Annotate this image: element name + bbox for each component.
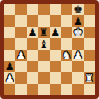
square-c4[interactable] [27,50,38,61]
white-pawn-icon[interactable]: ♟ [73,49,82,60]
square-f4[interactable]: ♞ [61,50,72,61]
square-c6[interactable]: ♟ [27,27,38,38]
square-b7[interactable] [15,15,26,26]
square-b4[interactable]: ♟ [15,50,26,61]
black-king-icon[interactable]: ♚ [73,4,82,15]
square-g2[interactable] [72,72,83,83]
square-e4[interactable] [50,50,61,61]
square-a8[interactable] [4,4,15,15]
square-f6[interactable] [61,27,72,38]
square-e5[interactable] [50,38,61,49]
square-f8[interactable] [61,4,72,15]
square-d1[interactable] [38,84,49,95]
square-g6[interactable]: ♚ [72,27,83,38]
square-h7[interactable] [84,15,95,26]
square-e1[interactable] [50,84,61,95]
square-h5[interactable] [84,38,95,49]
black-bishop-icon[interactable]: ♝ [39,38,48,49]
square-b1[interactable] [15,84,26,95]
square-f2[interactable] [61,72,72,83]
square-h1[interactable] [84,84,95,95]
square-b2[interactable] [15,72,26,83]
square-a6[interactable] [4,27,15,38]
square-b6[interactable] [15,27,26,38]
square-h4[interactable] [84,50,95,61]
square-e2[interactable] [50,72,61,83]
square-a1[interactable] [4,84,15,95]
white-rook-icon[interactable]: ♜ [85,72,94,83]
square-g1[interactable] [72,84,83,95]
square-b3[interactable] [15,61,26,72]
square-d5[interactable]: ♝ [38,38,49,49]
black-pawn-icon[interactable]: ♟ [5,61,14,72]
square-e3[interactable] [50,61,61,72]
square-g4[interactable]: ♟ [72,50,83,61]
square-h6[interactable] [84,27,95,38]
square-a7[interactable] [4,15,15,26]
square-f3[interactable] [61,61,72,72]
square-d2[interactable] [38,72,49,83]
square-h8[interactable] [84,4,95,15]
square-c3[interactable] [27,61,38,72]
chess-board: ♚♟♟♜♟♚♝♟♞♟♟♟♜ [0,0,99,99]
square-b8[interactable] [15,4,26,15]
square-g3[interactable] [72,61,83,72]
square-c2[interactable] [27,72,38,83]
square-c5[interactable] [27,38,38,49]
square-d3[interactable] [38,61,49,72]
square-h2[interactable]: ♜ [84,72,95,83]
black-pawn-icon[interactable]: ♟ [28,27,37,38]
square-d8[interactable] [38,4,49,15]
square-a5[interactable] [4,38,15,49]
black-rook-icon[interactable]: ♜ [39,27,48,38]
square-f1[interactable] [61,84,72,95]
white-knight-icon[interactable]: ♞ [62,49,71,60]
black-pawn-icon[interactable]: ♟ [50,27,59,38]
white-pawn-icon[interactable]: ♟ [5,72,14,83]
white-pawn-icon[interactable]: ♟ [16,49,25,60]
square-e8[interactable] [50,4,61,15]
square-c8[interactable] [27,4,38,15]
chess-board-window: ♚♟♟♜♟♚♝♟♞♟♟♟♜ [0,0,99,99]
black-pawn-icon[interactable]: ♟ [73,15,82,26]
square-c1[interactable] [27,84,38,95]
square-d4[interactable] [38,50,49,61]
white-king-icon[interactable]: ♚ [73,27,82,38]
square-f7[interactable] [61,15,72,26]
square-a2[interactable]: ♟ [4,72,15,83]
square-e6[interactable]: ♟ [50,27,61,38]
